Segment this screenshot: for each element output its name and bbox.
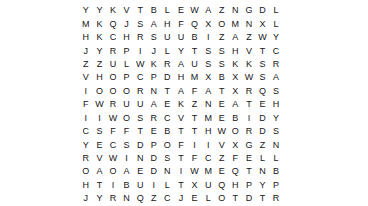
grid-cell[interactable]: H <box>161 17 175 30</box>
word-search-board: YYKVTBLEWAZNGDLMKQJSAHFQXOMNXLHKCHRSUUBI… <box>79 4 283 206</box>
grid-cell[interactable]: F <box>229 152 243 165</box>
grid-cell[interactable]: Q <box>229 165 243 178</box>
grid-cell[interactable]: A <box>229 31 243 44</box>
grid-cell[interactable]: D <box>242 192 256 205</box>
grid-cell[interactable]: N <box>229 4 243 17</box>
grid-cell[interactable]: L <box>269 152 283 165</box>
grid-cell[interactable]: M <box>201 112 215 125</box>
grid-cell[interactable]: A <box>174 58 188 71</box>
grid-cell[interactable]: S <box>201 58 215 71</box>
grid-cell[interactable]: A <box>269 71 283 84</box>
grid-cell[interactable]: T <box>256 44 270 57</box>
grid-cell[interactable]: E <box>242 152 256 165</box>
grid-cell[interactable]: O <box>120 85 134 98</box>
grid-cell[interactable]: I <box>201 138 215 151</box>
grid-cell[interactable]: P <box>147 71 161 84</box>
grid-cell[interactable]: R <box>147 112 161 125</box>
grid-cell[interactable]: X <box>201 17 215 30</box>
grid-cell[interactable]: S <box>133 112 147 125</box>
grid-cell[interactable]: A <box>147 17 161 30</box>
grid-cell[interactable]: Z <box>215 4 229 17</box>
grid-cell[interactable]: Z <box>147 192 161 205</box>
grid-cell[interactable]: T <box>133 4 147 17</box>
grid-cell[interactable]: J <box>147 44 161 57</box>
grid-cell[interactable]: K <box>242 58 256 71</box>
grid-cell[interactable]: R <box>106 44 120 57</box>
grid-cell[interactable]: S <box>120 138 134 151</box>
grid-cell[interactable]: N <box>161 165 175 178</box>
grid-cell[interactable]: T <box>174 152 188 165</box>
grid-cell[interactable]: S <box>269 85 283 98</box>
grid-cell[interactable]: N <box>120 192 134 205</box>
grid-cell[interactable]: X <box>201 71 215 84</box>
grid-cell[interactable]: E <box>215 165 229 178</box>
grid-cell[interactable]: O <box>106 85 120 98</box>
grid-cell[interactable]: E <box>188 192 202 205</box>
grid-cell[interactable]: R <box>242 125 256 138</box>
grid-cell[interactable]: I <box>188 138 202 151</box>
grid-cell[interactable]: B <box>120 179 134 192</box>
grid-cell[interactable]: T <box>229 192 243 205</box>
grid-cell[interactable]: I <box>242 112 256 125</box>
grid-cell[interactable]: I <box>120 152 134 165</box>
grid-cell[interactable]: Y <box>256 179 270 192</box>
grid-cell[interactable]: Y <box>79 4 93 17</box>
grid-cell[interactable]: M <box>201 165 215 178</box>
grid-cell[interactable]: S <box>256 71 270 84</box>
grid-cell[interactable]: I <box>147 179 161 192</box>
grid-cell[interactable]: A <box>201 85 215 98</box>
grid-cell[interactable]: F <box>174 17 188 30</box>
grid-cell[interactable]: S <box>215 58 229 71</box>
grid-cell[interactable]: O <box>79 165 93 178</box>
grid-cell[interactable]: R <box>242 85 256 98</box>
grid-cell[interactable]: U <box>161 31 175 44</box>
grid-cell[interactable]: M <box>229 17 243 30</box>
grid-cell[interactable]: H <box>93 71 107 84</box>
grid-cell[interactable]: G <box>242 138 256 151</box>
grid-cell[interactable]: D <box>256 4 270 17</box>
grid-cell[interactable]: Q <box>106 17 120 30</box>
grid-cell[interactable]: I <box>133 44 147 57</box>
grid-cell[interactable]: T <box>93 179 107 192</box>
grid-cell[interactable]: P <box>269 179 283 192</box>
grid-cell[interactable]: L <box>161 179 175 192</box>
grid-cell[interactable]: S <box>133 17 147 30</box>
grid-cell[interactable]: T <box>188 44 202 57</box>
grid-cell[interactable]: C <box>269 44 283 57</box>
grid-cell[interactable]: U <box>201 179 215 192</box>
grid-cell[interactable]: I <box>93 112 107 125</box>
grid-cell[interactable]: N <box>269 138 283 151</box>
grid-cell[interactable]: J <box>120 17 134 30</box>
grid-cell[interactable]: F <box>120 125 134 138</box>
grid-cell[interactable]: D <box>147 152 161 165</box>
grid-cell[interactable]: Q <box>188 17 202 30</box>
grid-cell[interactable]: Y <box>174 44 188 57</box>
grid-cell[interactable]: U <box>120 98 134 111</box>
grid-cell[interactable]: E <box>93 138 107 151</box>
grid-cell[interactable]: Q <box>256 85 270 98</box>
grid-cell[interactable]: H <box>269 98 283 111</box>
grid-cell[interactable]: T <box>242 98 256 111</box>
grid-cell[interactable]: K <box>174 98 188 111</box>
grid-cell[interactable]: W <box>242 71 256 84</box>
grid-cell[interactable]: X <box>229 71 243 84</box>
grid-cell[interactable]: Y <box>93 44 107 57</box>
grid-cell[interactable]: Z <box>242 31 256 44</box>
grid-cell[interactable]: H <box>174 71 188 84</box>
grid-cell[interactable]: N <box>256 165 270 178</box>
grid-cell[interactable]: X <box>256 17 270 30</box>
grid-cell[interactable]: O <box>106 71 120 84</box>
grid-cell[interactable]: Y <box>79 138 93 151</box>
grid-cell[interactable]: Q <box>133 192 147 205</box>
grid-cell[interactable]: D <box>147 165 161 178</box>
grid-cell[interactable]: J <box>79 192 93 205</box>
grid-cell[interactable]: E <box>215 98 229 111</box>
grid-cell[interactable]: Z <box>256 138 270 151</box>
grid-cell[interactable]: C <box>106 31 120 44</box>
grid-cell[interactable]: W <box>106 112 120 125</box>
grid-cell[interactable]: K <box>93 17 107 30</box>
grid-cell[interactable]: B <box>161 125 175 138</box>
grid-cell[interactable]: R <box>106 98 120 111</box>
grid-cell[interactable]: R <box>269 58 283 71</box>
grid-cell[interactable]: D <box>256 112 270 125</box>
grid-cell[interactable]: J <box>174 192 188 205</box>
grid-cell[interactable]: F <box>174 138 188 151</box>
grid-cell[interactable]: B <box>147 4 161 17</box>
grid-cell[interactable]: W <box>256 31 270 44</box>
grid-cell[interactable]: O <box>215 17 229 30</box>
grid-cell[interactable]: R <box>106 192 120 205</box>
grid-cell[interactable]: P <box>147 138 161 151</box>
grid-cell[interactable]: E <box>256 98 270 111</box>
grid-cell[interactable]: S <box>147 31 161 44</box>
grid-cell[interactable]: S <box>93 125 107 138</box>
grid-cell[interactable]: N <box>133 152 147 165</box>
grid-cell[interactable]: Y <box>93 192 107 205</box>
grid-cell[interactable]: L <box>161 44 175 57</box>
grid-cell[interactable]: L <box>269 4 283 17</box>
grid-cell[interactable]: Y <box>269 112 283 125</box>
grid-cell[interactable]: T <box>242 165 256 178</box>
grid-cell[interactable]: I <box>79 112 93 125</box>
grid-cell[interactable]: W <box>93 98 107 111</box>
grid-cell[interactable]: F <box>188 85 202 98</box>
grid-cell[interactable]: H <box>229 179 243 192</box>
grid-cell[interactable]: I <box>174 165 188 178</box>
grid-cell[interactable]: N <box>147 85 161 98</box>
grid-cell[interactable]: S <box>161 152 175 165</box>
grid-cell[interactable]: R <box>133 31 147 44</box>
grid-cell[interactable]: T <box>188 125 202 138</box>
grid-cell[interactable]: L <box>269 17 283 30</box>
grid-cell[interactable]: Y <box>269 31 283 44</box>
grid-cell[interactable]: T <box>133 125 147 138</box>
grid-cell[interactable]: L <box>256 152 270 165</box>
grid-cell[interactable]: E <box>161 98 175 111</box>
grid-cell[interactable]: W <box>215 125 229 138</box>
grid-cell[interactable]: U <box>133 179 147 192</box>
grid-cell[interactable]: C <box>133 71 147 84</box>
grid-cell[interactable]: V <box>215 138 229 151</box>
grid-cell[interactable]: E <box>215 112 229 125</box>
grid-cell[interactable]: A <box>147 98 161 111</box>
grid-cell[interactable]: S <box>201 44 215 57</box>
grid-cell[interactable]: F <box>106 125 120 138</box>
grid-cell[interactable]: X <box>188 179 202 192</box>
grid-cell[interactable]: U <box>133 98 147 111</box>
grid-cell[interactable]: O <box>161 138 175 151</box>
grid-cell[interactable]: L <box>120 58 134 71</box>
grid-cell[interactable]: U <box>188 58 202 71</box>
grid-cell[interactable]: S <box>256 58 270 71</box>
grid-cell[interactable]: L <box>201 192 215 205</box>
grid-cell[interactable]: K <box>147 58 161 71</box>
grid-cell[interactable]: C <box>161 112 175 125</box>
grid-cell[interactable]: R <box>79 152 93 165</box>
grid-cell[interactable]: K <box>93 31 107 44</box>
grid-cell[interactable]: T <box>256 192 270 205</box>
grid-cell[interactable]: X <box>229 138 243 151</box>
grid-cell[interactable]: K <box>106 4 120 17</box>
grid-cell[interactable]: W <box>188 165 202 178</box>
grid-cell[interactable]: E <box>133 165 147 178</box>
grid-cell[interactable]: F <box>79 98 93 111</box>
grid-cell[interactable]: E <box>174 4 188 17</box>
grid-cell[interactable]: D <box>161 71 175 84</box>
grid-cell[interactable]: C <box>106 138 120 151</box>
grid-cell[interactable]: B <box>269 165 283 178</box>
grid-cell[interactable]: W <box>106 152 120 165</box>
grid-cell[interactable]: A <box>229 98 243 111</box>
grid-cell[interactable]: O <box>93 85 107 98</box>
grid-cell[interactable]: R <box>161 58 175 71</box>
grid-cell[interactable]: S <box>269 125 283 138</box>
grid-cell[interactable]: H <box>79 179 93 192</box>
grid-cell[interactable]: N <box>242 17 256 30</box>
grid-cell[interactable]: P <box>120 71 134 84</box>
grid-cell[interactable]: K <box>229 58 243 71</box>
grid-cell[interactable]: V <box>93 152 107 165</box>
grid-cell[interactable]: P <box>120 44 134 57</box>
grid-cell[interactable]: T <box>215 85 229 98</box>
grid-cell[interactable]: V <box>79 71 93 84</box>
grid-cell[interactable]: D <box>256 125 270 138</box>
grid-cell[interactable]: R <box>133 85 147 98</box>
grid-cell[interactable]: C <box>79 125 93 138</box>
grid-cell[interactable]: U <box>106 58 120 71</box>
grid-cell[interactable]: A <box>120 165 134 178</box>
grid-cell[interactable]: X <box>229 85 243 98</box>
grid-cell[interactable]: C <box>201 152 215 165</box>
grid-cell[interactable]: J <box>79 44 93 57</box>
grid-cell[interactable]: Y <box>93 4 107 17</box>
grid-cell[interactable]: W <box>188 4 202 17</box>
grid-cell[interactable]: I <box>201 31 215 44</box>
grid-cell[interactable]: B <box>215 71 229 84</box>
grid-cell[interactable]: V <box>242 44 256 57</box>
grid-cell[interactable]: V <box>120 4 134 17</box>
grid-cell[interactable]: O <box>229 125 243 138</box>
grid-cell[interactable]: O <box>120 112 134 125</box>
grid-cell[interactable]: O <box>215 192 229 205</box>
grid-cell[interactable]: F <box>188 152 202 165</box>
grid-cell[interactable]: Z <box>215 31 229 44</box>
grid-cell[interactable]: H <box>201 125 215 138</box>
grid-cell[interactable]: T <box>188 112 202 125</box>
grid-cell[interactable]: S <box>215 44 229 57</box>
grid-cell[interactable]: T <box>161 85 175 98</box>
grid-cell[interactable]: N <box>201 98 215 111</box>
grid-cell[interactable]: A <box>93 165 107 178</box>
grid-cell[interactable]: P <box>242 179 256 192</box>
grid-cell[interactable]: A <box>174 85 188 98</box>
grid-cell[interactable]: O <box>106 165 120 178</box>
grid-cell[interactable]: Z <box>215 152 229 165</box>
grid-cell[interactable]: H <box>79 31 93 44</box>
grid-cell[interactable]: H <box>120 31 134 44</box>
grid-cell[interactable]: M <box>188 71 202 84</box>
grid-cell[interactable]: D <box>133 138 147 151</box>
grid-cell[interactable]: T <box>174 179 188 192</box>
grid-cell[interactable]: Z <box>93 58 107 71</box>
grid-cell[interactable]: R <box>269 192 283 205</box>
grid-cell[interactable]: I <box>79 85 93 98</box>
grid-cell[interactable]: W <box>133 58 147 71</box>
grid-cell[interactable]: L <box>161 4 175 17</box>
grid-cell[interactable]: Z <box>79 58 93 71</box>
grid-cell[interactable]: A <box>201 4 215 17</box>
grid-cell[interactable]: H <box>229 44 243 57</box>
grid-cell[interactable]: Q <box>215 179 229 192</box>
word-search-grid: YYKVTBLEWAZNGDLMKQJSAHFQXOMNXLHKCHRSUUBI… <box>79 4 283 206</box>
grid-cell[interactable]: B <box>229 112 243 125</box>
grid-cell[interactable]: G <box>242 4 256 17</box>
grid-cell[interactable]: C <box>161 192 175 205</box>
grid-cell[interactable]: U <box>174 31 188 44</box>
grid-cell[interactable]: I <box>106 179 120 192</box>
grid-cell[interactable]: M <box>79 17 93 30</box>
grid-cell[interactable]: V <box>174 112 188 125</box>
grid-cell[interactable]: T <box>174 125 188 138</box>
grid-cell[interactable]: Z <box>188 98 202 111</box>
grid-cell[interactable]: B <box>188 31 202 44</box>
grid-cell[interactable]: E <box>147 125 161 138</box>
